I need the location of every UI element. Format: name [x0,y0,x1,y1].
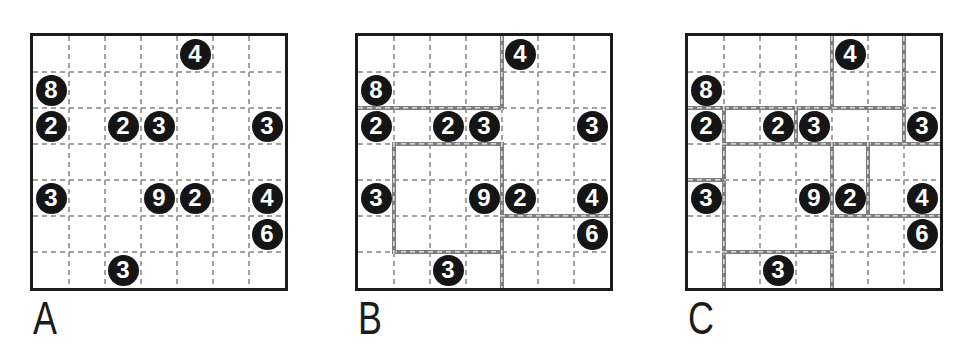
region-border-segment [902,36,907,146]
clue-circle: 2 [108,111,139,142]
region-border-segment [358,106,504,111]
clue-circle: 2 [763,111,794,142]
region-border-segment [722,250,835,255]
clue-circle: 3 [252,111,283,142]
clue-circle: 3 [361,183,392,214]
board-b-label: B [358,295,382,341]
dashed-gridline-vertical [68,36,70,288]
board-b-grid: 482233392463 [358,36,610,288]
clue-circle: 3 [763,255,794,286]
clue-circle: 4 [577,183,608,214]
clue-circle: 6 [252,219,283,250]
board-a-grid: 482233392463 [33,36,285,288]
clue-circle: 2 [36,111,67,142]
dashed-gridline-horizontal [33,71,285,73]
board-a-puzzle: 482233392463 [30,33,288,291]
clue-circle: 4 [180,39,211,70]
clue-circle: 4 [252,183,283,214]
clue-circle: 3 [108,255,139,286]
clue-circle: 8 [36,75,67,106]
dashed-gridline-horizontal [358,71,610,73]
region-border-segment [830,214,940,219]
board-c-grid: 482233392463 [688,36,940,288]
region-border-segment [830,36,835,110]
clue-circle: 2 [361,111,392,142]
clue-circle: 8 [361,75,392,106]
clue-circle: 9 [469,183,500,214]
board-b-partial-solution: 482233392463 [355,33,613,291]
dashed-gridline-horizontal [33,251,285,253]
clue-circle: 4 [907,183,938,214]
board-c-solution: 482233392463 [685,33,943,291]
region-border-segment [500,250,505,288]
dashed-gridline-vertical [248,36,250,288]
dashed-gridline-vertical [537,36,539,288]
dashed-gridline-horizontal [33,107,285,109]
board-a-label: A [33,295,57,341]
clue-circle: 2 [691,111,722,142]
region-border-segment [688,178,726,183]
region-border-segment [392,250,505,255]
region-border-segment [392,142,397,255]
region-border-segment [722,106,727,288]
region-border-segment [500,36,505,110]
clue-circle: 6 [577,219,608,250]
region-border-segment [392,142,505,147]
clue-circle: 3 [907,111,938,142]
clue-circle: 9 [144,183,175,214]
clue-circle: 4 [835,39,866,70]
clue-circle: 2 [433,111,464,142]
clue-circle: 2 [835,183,866,214]
region-border-segment [794,106,799,147]
clue-circle: 8 [691,75,722,106]
clue-circle: 2 [180,183,211,214]
dashed-gridline-horizontal [33,143,285,145]
region-border-segment [500,214,610,219]
clue-circle: 4 [505,39,536,70]
dashed-gridline-horizontal [33,179,285,181]
clue-circle: 2 [505,183,536,214]
clue-circle: 3 [469,111,500,142]
region-border-segment [866,142,871,219]
clue-circle: 3 [799,111,830,142]
dashed-gridline-vertical [104,36,106,288]
dashed-gridline-vertical [140,36,142,288]
clue-circle: 3 [36,183,67,214]
clue-circle: 9 [799,183,830,214]
clue-circle: 3 [144,111,175,142]
dashed-gridline-horizontal [33,215,285,217]
clue-circle: 3 [691,183,722,214]
shikaku-figure: 482233392463 482233392463 482233392463 A… [0,0,970,353]
dashed-gridline-vertical [212,36,214,288]
board-c-label: C [688,295,714,341]
clue-circle: 3 [577,111,608,142]
dashed-gridline-vertical [573,36,575,288]
dashed-gridline-vertical [176,36,178,288]
clue-circle: 6 [907,219,938,250]
region-border-segment [500,142,505,255]
clue-circle: 3 [433,255,464,286]
